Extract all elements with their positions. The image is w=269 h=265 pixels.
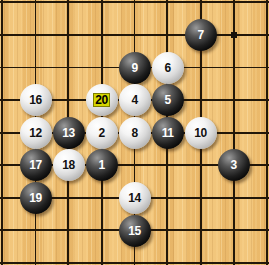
black-stone: 15 [119, 215, 151, 247]
intersection[interactable] [250, 51, 269, 84]
intersection[interactable] [184, 0, 217, 19]
move-number: 3 [230, 158, 236, 172]
intersection[interactable] [85, 0, 118, 19]
intersection[interactable] [217, 84, 250, 117]
intersection: 5 [151, 84, 184, 117]
intersection[interactable] [52, 51, 85, 84]
move-number: 10 [194, 126, 206, 140]
intersection: 13 [52, 117, 85, 150]
black-stone: 11 [152, 117, 184, 149]
intersection[interactable] [19, 0, 52, 19]
intersection: 6 [151, 51, 184, 84]
intersection[interactable] [184, 247, 217, 265]
last-move-number-highlight: 20 [93, 93, 109, 107]
intersection[interactable] [217, 182, 250, 215]
move-number: 6 [164, 61, 170, 75]
move-number: 4 [131, 93, 137, 107]
intersection[interactable] [250, 19, 269, 52]
white-stone: 2 [86, 117, 118, 149]
move-number: 1 [98, 158, 104, 172]
intersection[interactable] [217, 214, 250, 247]
intersection[interactable] [151, 247, 184, 265]
intersection[interactable] [151, 182, 184, 215]
intersection[interactable] [52, 247, 85, 265]
intersection[interactable] [0, 51, 19, 84]
intersection[interactable] [151, 214, 184, 247]
intersection: 1 [85, 149, 118, 182]
black-stone: 5 [152, 84, 184, 116]
move-number: 14 [128, 191, 140, 205]
intersection[interactable] [0, 214, 19, 247]
intersection[interactable] [217, 117, 250, 150]
intersection[interactable] [250, 117, 269, 150]
white-stone: 20 [86, 84, 118, 116]
move-number: 9 [131, 61, 137, 75]
intersection: 12 [19, 117, 52, 150]
intersection: 19 [19, 182, 52, 215]
intersection: 8 [118, 117, 151, 150]
move-number: 12 [29, 126, 41, 140]
move-number: 17 [29, 158, 41, 172]
intersection[interactable] [184, 84, 217, 117]
intersection[interactable] [184, 149, 217, 182]
intersection: 4 [118, 84, 151, 117]
white-stone: 4 [119, 84, 151, 116]
black-stone: 19 [20, 182, 52, 214]
intersection: 10 [184, 117, 217, 150]
white-stone: 16 [20, 84, 52, 116]
white-stone: 10 [185, 117, 217, 149]
white-stone: 12 [20, 117, 52, 149]
move-number: 11 [162, 126, 174, 140]
intersection[interactable] [250, 84, 269, 117]
intersection[interactable] [217, 19, 250, 52]
intersection[interactable] [52, 84, 85, 117]
board-grid: 7961620451213281110171813191415 [0, 0, 269, 265]
intersection[interactable] [184, 182, 217, 215]
intersection[interactable] [52, 214, 85, 247]
white-stone: 8 [119, 117, 151, 149]
intersection[interactable] [118, 19, 151, 52]
intersection[interactable] [52, 182, 85, 215]
intersection[interactable] [250, 214, 269, 247]
intersection[interactable] [217, 0, 250, 19]
intersection[interactable] [250, 149, 269, 182]
move-number: 13 [62, 126, 74, 140]
intersection[interactable] [118, 247, 151, 265]
white-stone: 6 [152, 52, 184, 84]
move-number: 2 [98, 126, 104, 140]
intersection[interactable] [19, 19, 52, 52]
intersection[interactable] [0, 84, 19, 117]
black-stone: 17 [20, 149, 52, 181]
black-stone: 1 [86, 149, 118, 181]
intersection: 17 [19, 149, 52, 182]
intersection[interactable] [85, 51, 118, 84]
intersection: 9 [118, 51, 151, 84]
white-stone: 18 [53, 149, 85, 181]
intersection[interactable] [118, 0, 151, 19]
intersection[interactable] [85, 247, 118, 265]
intersection[interactable] [0, 247, 19, 265]
intersection[interactable] [250, 247, 269, 265]
intersection[interactable] [184, 214, 217, 247]
move-number: 18 [62, 158, 74, 172]
intersection[interactable] [19, 214, 52, 247]
intersection: 20 [85, 84, 118, 117]
go-board[interactable]: 7961620451213281110171813191415 [0, 0, 269, 265]
intersection[interactable] [19, 247, 52, 265]
white-stone: 14 [119, 182, 151, 214]
intersection[interactable] [85, 214, 118, 247]
intersection: 18 [52, 149, 85, 182]
intersection[interactable] [52, 19, 85, 52]
black-stone: 3 [218, 149, 250, 181]
intersection: 3 [217, 149, 250, 182]
move-number: 16 [29, 93, 41, 107]
intersection: 11 [151, 117, 184, 150]
intersection[interactable] [0, 19, 19, 52]
move-number: 5 [164, 93, 170, 107]
intersection[interactable] [151, 0, 184, 19]
intersection[interactable] [250, 182, 269, 215]
intersection[interactable] [85, 19, 118, 52]
intersection: 14 [118, 182, 151, 215]
black-stone: 9 [119, 52, 151, 84]
intersection[interactable] [0, 0, 19, 19]
black-stone: 13 [53, 117, 85, 149]
move-number: 8 [131, 126, 137, 140]
intersection[interactable] [0, 117, 19, 150]
intersection[interactable] [85, 182, 118, 215]
intersection: 2 [85, 117, 118, 150]
move-number: 7 [197, 28, 203, 42]
black-stone: 7 [185, 19, 217, 51]
intersection: 7 [184, 19, 217, 52]
intersection[interactable] [52, 0, 85, 19]
intersection: 15 [118, 214, 151, 247]
intersection[interactable] [184, 51, 217, 84]
intersection[interactable] [151, 149, 184, 182]
intersection[interactable] [0, 182, 19, 215]
intersection[interactable] [118, 149, 151, 182]
star-point [231, 32, 237, 38]
intersection[interactable] [217, 51, 250, 84]
intersection[interactable] [19, 51, 52, 84]
intersection[interactable] [151, 19, 184, 52]
intersection[interactable] [217, 247, 250, 265]
intersection[interactable] [0, 149, 19, 182]
intersection[interactable] [250, 0, 269, 19]
move-number: 15 [128, 224, 140, 238]
intersection: 16 [19, 84, 52, 117]
move-number: 19 [29, 191, 41, 205]
